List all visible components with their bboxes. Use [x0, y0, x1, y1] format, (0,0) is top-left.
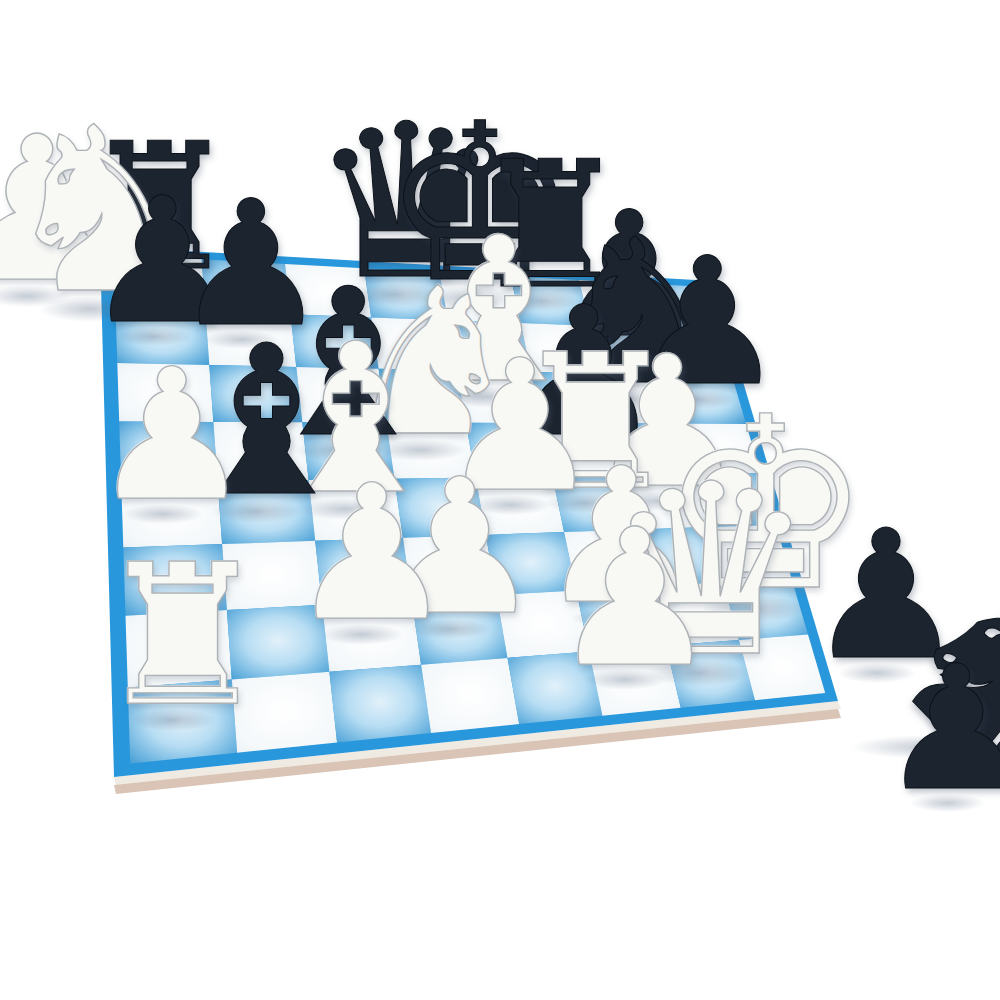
- product-photo-chess-set: chess ♜♛♟♚♜♞♟♟♟♝♞♟♟♞♝♟♜♟♝♝♟♚♟♟♟♛♟♟♜♞♟: [0, 0, 1000, 1000]
- piece-white-pawn-c2[interactable]: ♟: [288, 461, 455, 648]
- square-d1[interactable]: [421, 658, 519, 733]
- captured-black-pawn-3[interactable]: ♟: [879, 643, 1000, 815]
- square-c1[interactable]: [329, 665, 431, 743]
- piece-white-rook-a1[interactable]: ♜: [95, 539, 270, 734]
- piece-white-pawn-a4[interactable]: ♟: [90, 345, 253, 526]
- piece-white-pawn-f1[interactable]: ♟: [550, 504, 720, 693]
